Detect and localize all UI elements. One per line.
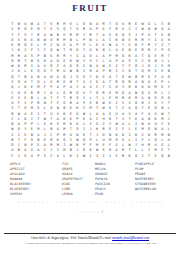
page-title: FRUIT (0, 3, 180, 13)
footer-credit: Curso fácil e de língua inglesa - Profª … (0, 236, 180, 240)
answer-blank-group-3[interactable]: - - - - (85, 200, 99, 204)
answer-blank-group-4[interactable]: - - - - - (106, 200, 124, 204)
footer-credit-text: Curso fácil e de língua inglesa - Profª … (31, 236, 112, 240)
footer-legal: A reprodução ou utilização deste documen… (0, 242, 180, 245)
answer-blank-group-5[interactable]: - - - - - - - - (132, 200, 163, 204)
footer-divider (4, 233, 176, 234)
word-list: APPLEAPRICOTAVOCADOBANANABLACKBERRYBLUEB… (10, 162, 173, 198)
puzzle-grid: TBUWATERMELONARTQUREWGLSBIROEMTESQTGRAPE… (9, 22, 172, 159)
answer-blanks-line1[interactable]: - - - - - - - -- - - - - -- - - -- - - -… (0, 200, 180, 204)
word-list-column-2: FIGGRAPEGUAVAGRAPEFRUITKIWILIMELEMON (62, 162, 95, 198)
answer-blank-group-2[interactable]: - - - - - - (55, 200, 77, 204)
word-cherry: CHERRY (10, 192, 62, 197)
footer-email-link[interactable]: miranda_brasil@hotmail.com (112, 236, 149, 240)
word-watermelon: WATERMELON (135, 187, 173, 192)
word-list-column-4: PINEAPPLEPLUMPRUNERASPBERRYSTRAWBERRYWAT… (135, 162, 173, 198)
word-list-column-3: MANGOMELONORANGEPAPAYAPASSIONPEACHPEAR (95, 162, 135, 198)
grid-cell-r25c24: B (165, 154, 172, 159)
word-list-column-1: APPLEAPRICOTAVOCADOBANANABLACKBERRYBLUEB… (10, 162, 62, 198)
answer-blanks-line2[interactable]: - - - - - - ! (0, 210, 180, 214)
word-lemon: LEMON (62, 192, 95, 197)
answer-blank-group-1[interactable]: - - - - - - - - (18, 200, 49, 204)
word-pear: PEAR (95, 192, 135, 197)
